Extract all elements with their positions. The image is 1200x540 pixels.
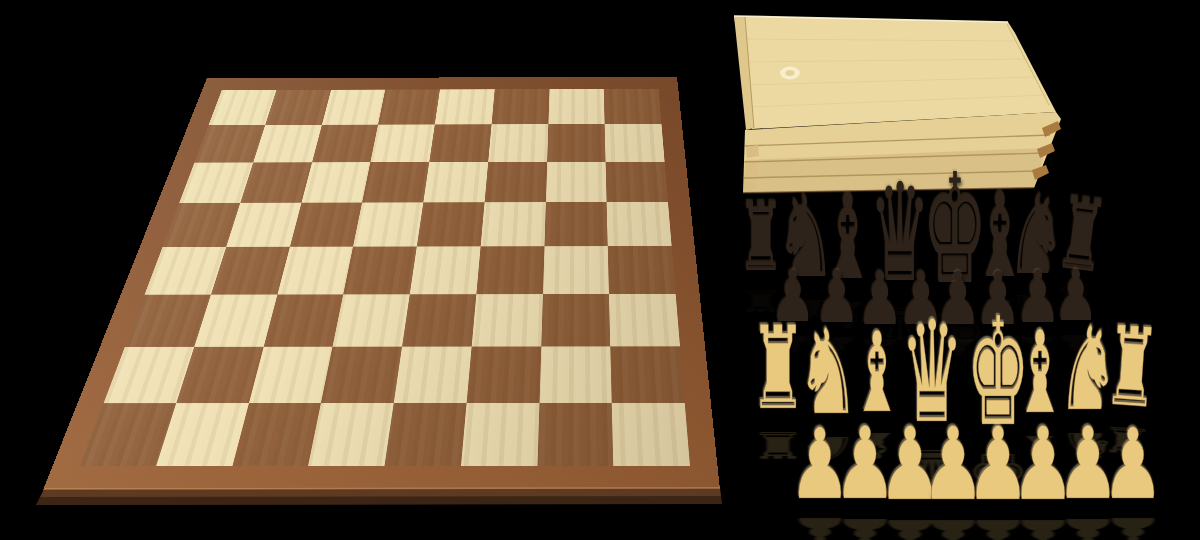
white-pawn: ♟: [1101, 415, 1164, 513]
stage: Product photo of a wooden chess set on a…: [0, 0, 1200, 540]
pieces: ♜♜♞♞♝♝♛♛♚♚♝♝♞♞♜♜♟♟♟♟♟♟♟♟♟♟♟♟♟♟♟♟♜♜♞♞♝♝♛♛…: [0, 0, 1200, 540]
